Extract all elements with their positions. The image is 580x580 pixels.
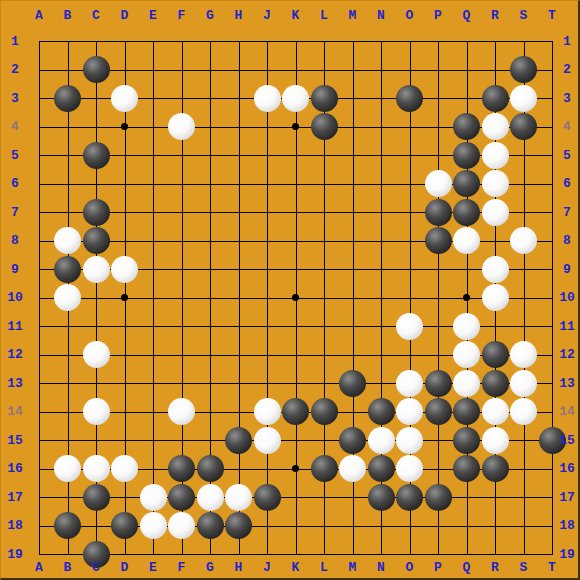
black-stone bbox=[368, 455, 395, 482]
white-stone bbox=[282, 85, 309, 112]
row-label-left: 15 bbox=[2, 433, 28, 448]
row-label-left: 14 bbox=[2, 404, 28, 419]
white-stone bbox=[140, 484, 167, 511]
column-label-bottom: N bbox=[368, 560, 394, 575]
row-label-right: 15 bbox=[554, 433, 580, 448]
column-label-top: A bbox=[26, 8, 52, 23]
row-label-left: 7 bbox=[2, 205, 28, 220]
white-stone bbox=[482, 199, 509, 226]
column-label-bottom: E bbox=[140, 560, 166, 575]
white-stone bbox=[140, 512, 167, 539]
grid-line-vertical bbox=[552, 41, 553, 555]
row-label-right: 18 bbox=[554, 518, 580, 533]
column-label-bottom: B bbox=[55, 560, 81, 575]
row-label-left: 11 bbox=[2, 319, 28, 334]
white-stone bbox=[482, 170, 509, 197]
go-board[interactable]: AABBCCDDEEFFGGHHJJKKLLMMNNOOPPQQRRSSTT11… bbox=[0, 0, 580, 580]
white-stone bbox=[482, 398, 509, 425]
row-label-left: 1 bbox=[2, 34, 28, 49]
black-stone bbox=[282, 398, 309, 425]
black-stone bbox=[453, 427, 480, 454]
white-stone bbox=[482, 284, 509, 311]
column-label-bottom: K bbox=[283, 560, 309, 575]
column-label-bottom: S bbox=[511, 560, 537, 575]
white-stone bbox=[111, 455, 138, 482]
black-stone bbox=[168, 484, 195, 511]
black-stone bbox=[453, 398, 480, 425]
white-stone bbox=[396, 398, 423, 425]
white-stone bbox=[111, 256, 138, 283]
star-point bbox=[121, 294, 128, 301]
column-label-bottom: T bbox=[539, 560, 565, 575]
column-label-top: N bbox=[368, 8, 394, 23]
star-point bbox=[292, 123, 299, 130]
column-label-bottom: P bbox=[425, 560, 451, 575]
white-stone bbox=[425, 170, 452, 197]
black-stone bbox=[453, 113, 480, 140]
black-stone bbox=[54, 512, 81, 539]
white-stone bbox=[83, 256, 110, 283]
black-stone bbox=[425, 398, 452, 425]
column-label-top: R bbox=[482, 8, 508, 23]
column-label-bottom: C bbox=[83, 560, 109, 575]
column-label-top: S bbox=[511, 8, 537, 23]
row-label-left: 13 bbox=[2, 376, 28, 391]
black-stone bbox=[225, 427, 252, 454]
white-stone bbox=[168, 398, 195, 425]
grid-line-vertical bbox=[438, 41, 439, 555]
column-label-top: J bbox=[254, 8, 280, 23]
row-label-right: 19 bbox=[554, 547, 580, 562]
white-stone bbox=[482, 256, 509, 283]
row-label-left: 8 bbox=[2, 233, 28, 248]
column-label-top: C bbox=[83, 8, 109, 23]
row-label-right: 14 bbox=[554, 404, 580, 419]
row-label-left: 9 bbox=[2, 262, 28, 277]
column-label-bottom: M bbox=[340, 560, 366, 575]
black-stone bbox=[396, 85, 423, 112]
white-stone bbox=[396, 313, 423, 340]
column-label-top: E bbox=[140, 8, 166, 23]
white-stone bbox=[482, 113, 509, 140]
black-stone bbox=[54, 85, 81, 112]
white-stone bbox=[111, 85, 138, 112]
black-stone bbox=[311, 85, 338, 112]
star-point bbox=[121, 123, 128, 130]
white-stone bbox=[510, 85, 537, 112]
white-stone bbox=[510, 227, 537, 254]
row-label-right: 16 bbox=[554, 461, 580, 476]
column-label-top: F bbox=[169, 8, 195, 23]
column-label-top: H bbox=[226, 8, 252, 23]
row-label-left: 17 bbox=[2, 490, 28, 505]
row-label-right: 9 bbox=[554, 262, 580, 277]
black-stone bbox=[482, 85, 509, 112]
grid-line-horizontal bbox=[39, 497, 553, 498]
black-stone bbox=[425, 484, 452, 511]
column-label-top: L bbox=[311, 8, 337, 23]
row-label-left: 12 bbox=[2, 347, 28, 362]
star-point bbox=[463, 294, 470, 301]
white-stone bbox=[368, 427, 395, 454]
row-label-right: 12 bbox=[554, 347, 580, 362]
column-label-bottom: H bbox=[226, 560, 252, 575]
row-label-left: 3 bbox=[2, 91, 28, 106]
black-stone bbox=[168, 455, 195, 482]
white-stone bbox=[168, 512, 195, 539]
white-stone bbox=[396, 427, 423, 454]
column-label-bottom: G bbox=[197, 560, 223, 575]
column-label-bottom: Q bbox=[454, 560, 480, 575]
white-stone bbox=[83, 341, 110, 368]
column-label-top: Q bbox=[454, 8, 480, 23]
column-label-top: O bbox=[397, 8, 423, 23]
black-stone bbox=[425, 227, 452, 254]
black-stone bbox=[368, 398, 395, 425]
column-label-top: P bbox=[425, 8, 451, 23]
black-stone bbox=[482, 455, 509, 482]
black-stone bbox=[453, 170, 480, 197]
white-stone bbox=[54, 455, 81, 482]
column-label-top: M bbox=[340, 8, 366, 23]
white-stone bbox=[396, 370, 423, 397]
white-stone bbox=[453, 313, 480, 340]
row-label-right: 10 bbox=[554, 290, 580, 305]
row-label-left: 18 bbox=[2, 518, 28, 533]
white-stone bbox=[510, 398, 537, 425]
white-stone bbox=[197, 484, 224, 511]
black-stone bbox=[482, 370, 509, 397]
white-stone bbox=[168, 113, 195, 140]
black-stone bbox=[453, 455, 480, 482]
row-label-right: 1 bbox=[554, 34, 580, 49]
row-label-right: 3 bbox=[554, 91, 580, 106]
black-stone bbox=[482, 341, 509, 368]
row-label-right: 8 bbox=[554, 233, 580, 248]
white-stone bbox=[54, 227, 81, 254]
row-label-left: 10 bbox=[2, 290, 28, 305]
white-stone bbox=[482, 427, 509, 454]
row-label-right: 13 bbox=[554, 376, 580, 391]
black-stone bbox=[111, 512, 138, 539]
black-stone bbox=[197, 512, 224, 539]
black-stone bbox=[83, 56, 110, 83]
row-label-left: 2 bbox=[2, 62, 28, 77]
row-label-right: 11 bbox=[554, 319, 580, 334]
row-label-right: 2 bbox=[554, 62, 580, 77]
white-stone bbox=[453, 370, 480, 397]
black-stone bbox=[339, 427, 366, 454]
column-label-bottom: L bbox=[311, 560, 337, 575]
row-label-left: 6 bbox=[2, 176, 28, 191]
white-stone bbox=[83, 398, 110, 425]
row-label-right: 7 bbox=[554, 205, 580, 220]
column-label-bottom: J bbox=[254, 560, 280, 575]
white-stone bbox=[510, 370, 537, 397]
black-stone bbox=[339, 370, 366, 397]
white-stone bbox=[225, 484, 252, 511]
row-label-right: 6 bbox=[554, 176, 580, 191]
white-stone bbox=[83, 455, 110, 482]
black-stone bbox=[311, 398, 338, 425]
white-stone bbox=[254, 85, 281, 112]
star-point bbox=[292, 294, 299, 301]
column-label-bottom: O bbox=[397, 560, 423, 575]
black-stone bbox=[83, 227, 110, 254]
black-stone bbox=[83, 199, 110, 226]
column-label-bottom: R bbox=[482, 560, 508, 575]
column-label-top: K bbox=[283, 8, 309, 23]
white-stone bbox=[510, 341, 537, 368]
black-stone bbox=[453, 142, 480, 169]
column-label-top: D bbox=[112, 8, 138, 23]
black-stone bbox=[311, 455, 338, 482]
white-stone bbox=[482, 142, 509, 169]
white-stone bbox=[54, 284, 81, 311]
column-label-bottom: F bbox=[169, 560, 195, 575]
black-stone bbox=[396, 484, 423, 511]
row-label-right: 5 bbox=[554, 148, 580, 163]
row-label-right: 4 bbox=[554, 119, 580, 134]
black-stone bbox=[83, 484, 110, 511]
row-label-right: 17 bbox=[554, 490, 580, 505]
black-stone bbox=[368, 484, 395, 511]
grid-line-horizontal bbox=[39, 554, 553, 555]
row-label-left: 5 bbox=[2, 148, 28, 163]
column-label-bottom: A bbox=[26, 560, 52, 575]
column-label-top: T bbox=[539, 8, 565, 23]
black-stone bbox=[510, 113, 537, 140]
column-label-bottom: D bbox=[112, 560, 138, 575]
white-stone bbox=[339, 455, 366, 482]
white-stone bbox=[254, 427, 281, 454]
black-stone bbox=[54, 256, 81, 283]
black-stone bbox=[510, 56, 537, 83]
white-stone bbox=[453, 227, 480, 254]
black-stone bbox=[425, 199, 452, 226]
white-stone bbox=[254, 398, 281, 425]
black-stone bbox=[425, 370, 452, 397]
column-label-top: G bbox=[197, 8, 223, 23]
white-stone bbox=[453, 341, 480, 368]
black-stone bbox=[83, 142, 110, 169]
star-point bbox=[292, 465, 299, 472]
row-label-left: 19 bbox=[2, 547, 28, 562]
black-stone bbox=[225, 512, 252, 539]
white-stone bbox=[396, 455, 423, 482]
column-label-top: B bbox=[55, 8, 81, 23]
row-label-left: 16 bbox=[2, 461, 28, 476]
black-stone bbox=[197, 455, 224, 482]
black-stone bbox=[311, 113, 338, 140]
black-stone bbox=[254, 484, 281, 511]
black-stone bbox=[453, 199, 480, 226]
row-label-left: 4 bbox=[2, 119, 28, 134]
